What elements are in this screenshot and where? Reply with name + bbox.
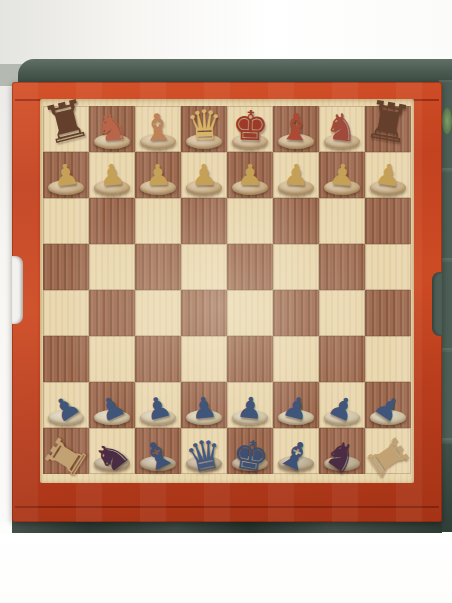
piece-white-pawn-a2[interactable]: ♟ xyxy=(43,382,89,428)
white-queen-glyph: ♛ xyxy=(182,432,226,480)
black-rook-glyph: ♜ xyxy=(361,92,416,151)
piece-black-pawn-g7[interactable]: ♟ xyxy=(319,152,365,198)
piece-white-pawn-e2[interactable]: ♟ xyxy=(227,382,273,428)
square-g4[interactable] xyxy=(319,290,365,336)
piece-black-knight-g8[interactable]: ♞ xyxy=(319,106,365,152)
black-pawn-glyph: ♟ xyxy=(98,159,126,190)
black-pawn-glyph: ♟ xyxy=(144,160,171,190)
square-c5[interactable] xyxy=(135,244,181,290)
piece-white-pawn-d2[interactable]: ♟ xyxy=(181,382,227,428)
square-d4[interactable] xyxy=(181,290,227,336)
square-c6[interactable] xyxy=(135,198,181,244)
board-surface: ♜♞♝♛♚♝♞♜♟♟♟♟♟♟♟♟♟♟♟♟♟♟♟♟♜♞♝♛♚♝♞♜ xyxy=(40,99,414,483)
square-g6[interactable] xyxy=(319,198,365,244)
piece-white-rook-h1[interactable]: ♜ xyxy=(365,428,411,474)
square-g5[interactable] xyxy=(319,244,365,290)
square-d6[interactable] xyxy=(181,198,227,244)
piece-black-bishop-f8[interactable]: ♝ xyxy=(273,106,319,152)
square-b5[interactable] xyxy=(89,244,135,290)
plant-reflection xyxy=(442,108,452,134)
black-queen-glyph: ♛ xyxy=(185,104,223,146)
square-a5[interactable] xyxy=(43,244,89,290)
piece-black-pawn-a7[interactable]: ♟ xyxy=(43,152,89,198)
black-pawn-glyph: ♟ xyxy=(237,160,264,189)
black-pawn-glyph: ♟ xyxy=(191,160,218,189)
white-knight-glyph: ♞ xyxy=(88,431,137,481)
square-h4[interactable] xyxy=(365,290,411,336)
square-c3[interactable] xyxy=(135,336,181,382)
white-king-glyph: ♚ xyxy=(228,433,271,480)
piece-white-pawn-c2[interactable]: ♟ xyxy=(135,382,181,428)
piece-black-queen-d8[interactable]: ♛ xyxy=(181,106,227,152)
square-a4[interactable] xyxy=(43,290,89,336)
piece-black-pawn-c7[interactable]: ♟ xyxy=(135,152,181,198)
piece-black-pawn-d7[interactable]: ♟ xyxy=(181,152,227,198)
piece-white-pawn-b2[interactable]: ♟ xyxy=(89,382,135,428)
square-h5[interactable] xyxy=(365,244,411,290)
piece-black-pawn-e7[interactable]: ♟ xyxy=(227,152,273,198)
white-bishop-glyph: ♝ xyxy=(273,431,318,478)
square-c4[interactable] xyxy=(135,290,181,336)
piece-black-bishop-c8[interactable]: ♝ xyxy=(135,106,181,152)
floor-white-top xyxy=(0,0,452,64)
piece-black-pawn-h7[interactable]: ♟ xyxy=(365,152,411,198)
square-f4[interactable] xyxy=(273,290,319,336)
black-knight-glyph: ♞ xyxy=(94,107,131,147)
square-f6[interactable] xyxy=(273,198,319,244)
square-b3[interactable] xyxy=(89,336,135,382)
piece-white-bishop-f1[interactable]: ♝ xyxy=(273,428,319,474)
square-e5[interactable] xyxy=(227,244,273,290)
piece-white-pawn-f2[interactable]: ♟ xyxy=(273,382,319,428)
white-rook-glyph: ♜ xyxy=(36,428,96,486)
black-pawn-glyph: ♟ xyxy=(373,159,402,191)
black-knight-glyph: ♞ xyxy=(323,107,360,148)
black-pawn-glyph: ♟ xyxy=(51,159,80,191)
frame-seam-bottom xyxy=(15,506,439,508)
square-d3[interactable] xyxy=(181,336,227,382)
square-e6[interactable] xyxy=(227,198,273,244)
piece-black-pawn-b7[interactable]: ♟ xyxy=(89,152,135,198)
square-a3[interactable] xyxy=(43,336,89,382)
floor-white-bottom xyxy=(0,533,452,603)
square-d5[interactable] xyxy=(181,244,227,290)
piece-black-king-e8[interactable]: ♚ xyxy=(227,106,273,152)
square-e4[interactable] xyxy=(227,290,273,336)
piece-white-pawn-g2[interactable]: ♟ xyxy=(319,382,365,428)
chess-table-photo: ♜♞♝♛♚♝♞♜♟♟♟♟♟♟♟♟♟♟♟♟♟♟♟♟♜♞♝♛♚♝♞♜ xyxy=(0,0,452,603)
white-rook-glyph: ♜ xyxy=(358,428,418,487)
square-b4[interactable] xyxy=(89,290,135,336)
square-g3[interactable] xyxy=(319,336,365,382)
white-pawn-glyph: ♟ xyxy=(190,392,219,424)
square-b6[interactable] xyxy=(89,198,135,244)
frame-handle-notch-left xyxy=(12,256,23,324)
black-pawn-glyph: ♟ xyxy=(282,160,309,190)
piece-white-knight-b1[interactable]: ♞ xyxy=(89,428,135,474)
black-pawn-glyph: ♟ xyxy=(328,159,356,190)
piece-black-knight-b8[interactable]: ♞ xyxy=(89,106,135,152)
square-h6[interactable] xyxy=(365,198,411,244)
piece-white-knight-g1[interactable]: ♞ xyxy=(319,428,365,474)
piece-white-king-e1[interactable]: ♚ xyxy=(227,428,273,474)
white-bishop-glyph: ♝ xyxy=(135,431,181,479)
square-e3[interactable] xyxy=(227,336,273,382)
black-bishop-glyph: ♝ xyxy=(140,107,176,146)
piece-white-queen-d1[interactable]: ♛ xyxy=(181,428,227,474)
black-rook-glyph: ♜ xyxy=(37,91,95,153)
square-f5[interactable] xyxy=(273,244,319,290)
frame-handle-notch-right xyxy=(432,272,442,336)
black-bishop-glyph: ♝ xyxy=(278,107,314,146)
piece-white-pawn-h2[interactable]: ♟ xyxy=(365,382,411,428)
piece-white-bishop-c1[interactable]: ♝ xyxy=(135,428,181,474)
square-a6[interactable] xyxy=(43,198,89,244)
white-pawn-glyph: ♟ xyxy=(236,392,265,424)
piece-black-rook-h8[interactable]: ♜ xyxy=(365,106,411,152)
piece-black-pawn-f7[interactable]: ♟ xyxy=(273,152,319,198)
chess-table-frame: ♜♞♝♛♚♝♞♜♟♟♟♟♟♟♟♟♟♟♟♟♟♟♟♟♜♞♝♛♚♝♞♜ xyxy=(12,82,442,522)
square-f3[interactable] xyxy=(273,336,319,382)
black-king-glyph: ♚ xyxy=(231,105,269,147)
piece-black-rook-a8[interactable]: ♜ xyxy=(43,106,89,152)
piece-white-rook-a1[interactable]: ♜ xyxy=(43,428,89,474)
square-h3[interactable] xyxy=(365,336,411,382)
